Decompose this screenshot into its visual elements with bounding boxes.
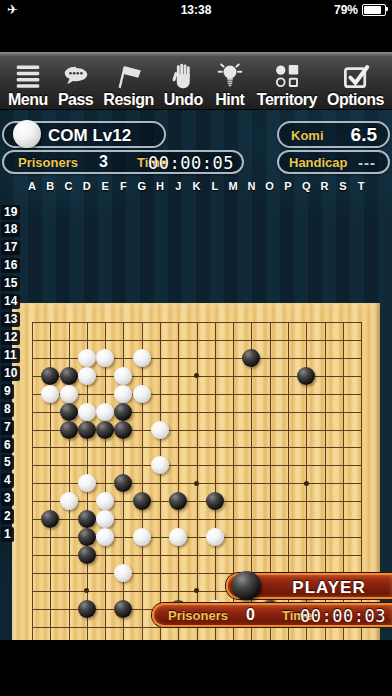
battery-area: 79%: [334, 3, 386, 17]
white-stone: [151, 421, 169, 439]
row-label: 14: [1, 294, 20, 309]
menu-label: Menu: [8, 91, 48, 109]
territory-button[interactable]: Territory: [257, 53, 317, 109]
column-label: N: [247, 180, 255, 192]
column-labels: ABCDEFGHJKLMNOPQRST: [0, 180, 392, 193]
territory-icon: [272, 61, 302, 91]
white-stone: [169, 528, 187, 546]
star-point: [194, 588, 199, 593]
row-label: 2: [1, 509, 14, 524]
black-stone: [169, 492, 187, 510]
white-stone: [151, 456, 169, 474]
white-stone: [78, 474, 96, 492]
black-stone: [242, 349, 260, 367]
column-label: P: [284, 180, 291, 192]
pass-icon: [60, 61, 92, 91]
black-stone: [41, 510, 59, 528]
white-stone: [133, 528, 151, 546]
black-stone: [60, 421, 78, 439]
handicap-value: ---: [358, 154, 376, 171]
row-label: 10: [1, 366, 20, 381]
white-stone: [96, 510, 114, 528]
resign-label: Resign: [103, 91, 153, 109]
resign-icon: [112, 61, 146, 91]
grid-vline: [215, 322, 216, 645]
white-stone: [96, 403, 114, 421]
column-label: M: [229, 180, 238, 192]
column-label: L: [211, 180, 218, 192]
black-prisoners-count: 0: [246, 606, 255, 624]
white-stone: [60, 492, 78, 510]
black-stone: [114, 403, 132, 421]
white-player-name: COM Lv12: [48, 126, 131, 146]
black-clock: 00:00:03: [300, 606, 386, 626]
territory-label: Territory: [257, 91, 317, 109]
black-stone: [78, 421, 96, 439]
row-label: 7: [1, 420, 14, 435]
black-stone: [133, 492, 151, 510]
column-label: H: [156, 180, 164, 192]
star-point: [194, 373, 199, 378]
pass-label: Pass: [58, 91, 93, 109]
komi-label: Komi: [291, 128, 324, 143]
white-stone: [114, 385, 132, 403]
star-point: [84, 588, 89, 593]
resign-button[interactable]: Resign: [103, 53, 153, 109]
white-stone: [96, 492, 114, 510]
white-stone: [133, 349, 151, 367]
black-prisoners-label: Prisoners: [168, 608, 228, 623]
white-stone: [96, 349, 114, 367]
column-label: C: [65, 180, 73, 192]
hint-label: Hint: [215, 91, 244, 109]
white-stone: [133, 385, 151, 403]
black-stone: [78, 528, 96, 546]
white-stone: [78, 403, 96, 421]
options-button[interactable]: Options: [327, 53, 384, 109]
black-stone: [78, 510, 96, 528]
status-bar: ✈ 13:38 79%: [0, 0, 392, 20]
row-label: 5: [1, 455, 14, 470]
column-label: F: [120, 180, 127, 192]
row-label: 3: [1, 491, 14, 506]
black-stone-icon: [232, 571, 261, 600]
row-labels: 19181716151413121110987654321: [0, 110, 30, 640]
app-screen: ✈ 13:38 79% MenuPassResignUndoHintTerrit…: [0, 0, 392, 696]
white-stone: [78, 349, 96, 367]
white-clock: 00:00:05: [148, 153, 234, 173]
row-label: 12: [1, 330, 20, 345]
white-prisoners-count: 3: [99, 153, 108, 171]
komi-panel: Komi 6.5: [277, 121, 390, 148]
row-label: 9: [1, 384, 14, 399]
undo-label: Undo: [164, 91, 203, 109]
battery-icon: [362, 4, 386, 16]
row-label: 1: [1, 527, 14, 542]
komi-value: 6.5: [351, 124, 377, 146]
black-stone: [60, 367, 78, 385]
letterbox-bottom: [0, 640, 392, 696]
black-stone: [114, 474, 132, 492]
black-player-panel: PLAYER: [226, 573, 392, 599]
column-label: K: [193, 180, 201, 192]
white-prisoners-panel: Prisoners 3 Time 00:00:05: [2, 150, 244, 174]
white-stone: [78, 367, 96, 385]
black-stone: [60, 403, 78, 421]
column-label: R: [321, 180, 329, 192]
column-label: D: [83, 180, 91, 192]
black-player-name: PLAYER: [266, 578, 392, 598]
column-label: T: [358, 180, 365, 192]
star-point: [194, 481, 199, 486]
menu-button[interactable]: Menu: [8, 53, 48, 109]
battery-percent: 79%: [334, 3, 358, 17]
black-stone: [78, 546, 96, 564]
column-label: Q: [302, 180, 311, 192]
black-stone: [78, 600, 96, 618]
row-label: 13: [1, 312, 20, 327]
row-label: 6: [1, 438, 14, 453]
column-label: O: [265, 180, 274, 192]
row-label: 18: [1, 222, 20, 237]
pass-button[interactable]: Pass: [58, 53, 93, 109]
black-stone: [206, 492, 224, 510]
options-icon: [340, 61, 372, 91]
row-label: 8: [1, 402, 14, 417]
black-stone: [297, 367, 315, 385]
row-label: 19: [1, 205, 20, 220]
row-label: 15: [1, 276, 20, 291]
game-area: COM Lv12 Komi 6.5 Prisoners 3 Time 00:00…: [0, 110, 392, 640]
black-stone: [114, 421, 132, 439]
white-stone: [114, 564, 132, 582]
column-label: B: [46, 180, 54, 192]
black-stone: [41, 367, 59, 385]
menu-icon: [12, 61, 44, 91]
handicap-label: Handicap: [289, 155, 348, 170]
toolbar: MenuPassResignUndoHintTerritoryOptions: [0, 52, 392, 110]
white-stone: [114, 367, 132, 385]
row-label: 4: [1, 473, 14, 488]
row-label: 16: [1, 258, 20, 273]
handicap-panel: Handicap ---: [277, 150, 390, 174]
column-label: E: [101, 180, 108, 192]
star-point: [304, 481, 309, 486]
row-label: 11: [1, 348, 20, 363]
white-stone: [206, 528, 224, 546]
white-stone: [60, 385, 78, 403]
undo-button[interactable]: Undo: [164, 53, 203, 109]
undo-icon: [168, 61, 198, 91]
column-label: J: [175, 180, 181, 192]
grid-hline: [32, 501, 361, 502]
row-label: 17: [1, 240, 20, 255]
column-label: S: [339, 180, 346, 192]
hint-button[interactable]: Hint: [213, 53, 247, 109]
black-prisoners-panel: Prisoners 0 Time 00:00:03: [152, 603, 392, 627]
options-label: Options: [327, 91, 384, 109]
white-stone: [96, 528, 114, 546]
black-stone: [96, 421, 114, 439]
white-stone: [41, 385, 59, 403]
black-stone: [114, 600, 132, 618]
column-label: G: [137, 180, 146, 192]
hint-icon: [213, 61, 247, 91]
